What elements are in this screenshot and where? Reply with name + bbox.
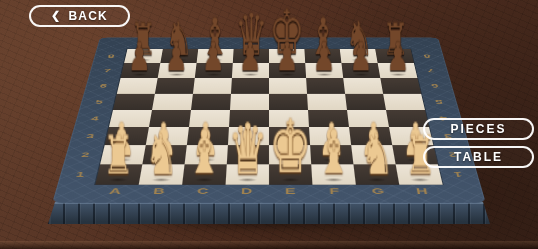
back-button[interactable]: ❮ BACK (29, 5, 130, 27)
white-king-glyph: ♚ (269, 114, 312, 180)
piece-black-pawn-a7[interactable]: ♟ (121, 63, 161, 78)
board-front-edge (48, 202, 490, 224)
white-bishop-glyph: ♝ (316, 126, 351, 180)
piece-white-queen-d1[interactable]: ♛ (226, 164, 269, 184)
file-label-h: H (400, 187, 446, 196)
black-pawn-glyph: ♟ (276, 39, 299, 75)
piece-black-pawn-g7[interactable]: ♟ (341, 63, 380, 78)
white-knight-glyph: ♞ (361, 129, 394, 180)
rank-label-left-7: 7 (96, 68, 118, 74)
piece-white-bishop-c1[interactable]: ♝ (182, 164, 227, 184)
rank-label-left-3: 3 (78, 133, 103, 140)
file-label-a: A (93, 187, 139, 196)
black-pawn-glyph: ♟ (387, 39, 410, 75)
back-button-label: BACK (68, 9, 107, 23)
rank-label-right-6: 6 (423, 83, 446, 89)
chess-board[interactable]: ♜♞♝♛♚♝♞♜♟♟♟♟♟♟♟♟♟♟♟♟♟♟♟♟♜♞♝♛♚♝♞♜ 8765432… (52, 37, 486, 203)
white-knight-glyph: ♞ (145, 129, 178, 180)
board-pieces: ♜♞♝♛♚♝♞♜♟♟♟♟♟♟♟♟♟♟♟♟♟♟♟♟♜♞♝♛♚♝♞♜ (95, 49, 442, 184)
app-screen: ♜♞♝♛♚♝♞♜♟♟♟♟♟♟♟♟♟♟♟♟♟♟♟♟♜♞♝♛♚♝♞♜ 8765432… (0, 0, 538, 249)
black-pawn-glyph: ♟ (202, 39, 225, 75)
pieces-button[interactable]: PIECES (423, 118, 534, 140)
rank-label-right-5: 5 (427, 99, 450, 105)
file-label-e: E (269, 187, 313, 196)
rank-label-right-1: 1 (445, 171, 471, 179)
rank-label-left-5: 5 (87, 99, 110, 105)
white-queen-glyph: ♛ (228, 119, 268, 181)
rank-label-left-8: 8 (100, 53, 122, 58)
piece-black-pawn-f7[interactable]: ♟ (305, 63, 343, 78)
piece-black-pawn-e7[interactable]: ♟ (269, 63, 306, 78)
piece-white-knight-b1[interactable]: ♞ (139, 164, 185, 184)
back-chevron-icon: ❮ (51, 9, 61, 22)
piece-white-bishop-f1[interactable]: ♝ (311, 164, 356, 184)
black-pawn-glyph: ♟ (350, 39, 373, 75)
file-label-d: D (225, 187, 269, 196)
piece-white-knight-g1[interactable]: ♞ (353, 164, 399, 184)
rank-label-right-8: 8 (416, 53, 438, 58)
file-label-b: B (137, 187, 182, 196)
file-label-g: G (356, 187, 401, 196)
black-pawn-glyph: ♟ (165, 39, 188, 75)
piece-black-pawn-d7[interactable]: ♟ (232, 63, 269, 78)
rank-label-left-6: 6 (92, 83, 115, 89)
black-pawn-glyph: ♟ (239, 39, 262, 75)
file-label-f: F (313, 187, 358, 196)
pieces-button-label: PIECES (450, 122, 506, 136)
piece-black-pawn-h7[interactable]: ♟ (378, 63, 418, 78)
black-pawn-glyph: ♟ (313, 39, 336, 75)
rank-label-left-2: 2 (73, 151, 98, 158)
table-button[interactable]: TABLE (423, 146, 534, 168)
rank-label-left-4: 4 (83, 115, 107, 122)
table-button-label: TABLE (454, 150, 503, 164)
table-edge-seam (0, 241, 538, 249)
piece-white-king-e1[interactable]: ♚ (269, 164, 312, 184)
rank-label-left-1: 1 (67, 171, 93, 179)
piece-black-pawn-c7[interactable]: ♟ (195, 63, 233, 78)
black-pawn-glyph: ♟ (128, 39, 151, 75)
white-rook-glyph: ♜ (103, 133, 134, 181)
file-label-c: C (181, 187, 226, 196)
piece-black-pawn-b7[interactable]: ♟ (158, 63, 197, 78)
white-bishop-glyph: ♝ (187, 126, 222, 180)
piece-white-rook-a1[interactable]: ♜ (95, 164, 142, 184)
rank-label-right-7: 7 (420, 68, 442, 74)
